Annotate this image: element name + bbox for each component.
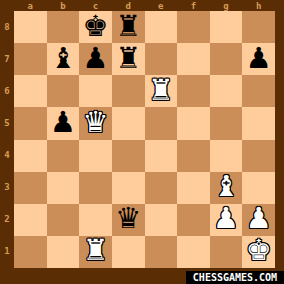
square-a8	[14, 11, 47, 43]
square-b5: ♟	[47, 107, 80, 139]
square-b1	[47, 236, 80, 268]
square-h6	[242, 75, 275, 107]
rank-label-7: 7	[0, 43, 14, 75]
square-c5: ♛	[79, 107, 112, 139]
square-f5	[177, 107, 210, 139]
piece-black-rook: ♜	[115, 12, 141, 41]
square-d3	[112, 172, 145, 204]
square-h3	[242, 172, 275, 204]
square-b6	[47, 75, 80, 107]
piece-white-rook: ♜	[83, 236, 109, 265]
file-label-h: h	[242, 0, 275, 11]
square-b2	[47, 204, 80, 236]
rank-label-2: 2	[0, 204, 14, 236]
piece-white-pawn: ♟	[246, 204, 272, 233]
square-d5	[112, 107, 145, 139]
square-e5	[145, 107, 178, 139]
file-labels: abcdefgh	[14, 0, 275, 11]
square-f1	[177, 236, 210, 268]
square-c1: ♜	[79, 236, 112, 268]
square-a3	[14, 172, 47, 204]
piece-black-rook: ♜	[115, 44, 141, 73]
square-g7	[210, 43, 243, 75]
piece-white-rook: ♜	[148, 76, 174, 105]
square-e2	[145, 204, 178, 236]
square-h2: ♟	[242, 204, 275, 236]
square-d2: ♛	[112, 204, 145, 236]
square-b7: ♝	[47, 43, 80, 75]
watermark-text: CHESSGAMES.COM	[193, 273, 277, 283]
square-d7: ♜	[112, 43, 145, 75]
square-h4	[242, 140, 275, 172]
file-label-g: g	[210, 0, 243, 11]
rank-label-6: 6	[0, 75, 14, 107]
square-a5	[14, 107, 47, 139]
square-e8	[145, 11, 178, 43]
rank-label-3: 3	[0, 172, 14, 204]
square-f4	[177, 140, 210, 172]
file-label-a: a	[14, 0, 47, 11]
piece-white-king: ♚	[246, 236, 272, 265]
piece-white-pawn: ♟	[213, 204, 239, 233]
square-h8	[242, 11, 275, 43]
piece-white-queen: ♛	[83, 108, 109, 137]
square-e6: ♜	[145, 75, 178, 107]
square-f8	[177, 11, 210, 43]
square-g4	[210, 140, 243, 172]
square-c2	[79, 204, 112, 236]
square-g3: ♝	[210, 172, 243, 204]
square-c6	[79, 75, 112, 107]
square-a7	[14, 43, 47, 75]
square-d6	[112, 75, 145, 107]
rank-label-5: 5	[0, 107, 14, 139]
chess-diagram: abcdefgh 87654321 ♚♜♝♟♜♟♜♟♛♝♛♟♟♜♚ CHESSG…	[0, 0, 284, 284]
square-b3	[47, 172, 80, 204]
piece-black-king: ♚	[83, 12, 109, 41]
square-a4	[14, 140, 47, 172]
rank-labels: 87654321	[0, 11, 14, 268]
square-b4	[47, 140, 80, 172]
square-c3	[79, 172, 112, 204]
square-c8: ♚	[79, 11, 112, 43]
square-e3	[145, 172, 178, 204]
square-g8	[210, 11, 243, 43]
square-g1	[210, 236, 243, 268]
square-c7: ♟	[79, 43, 112, 75]
square-d4	[112, 140, 145, 172]
square-e7	[145, 43, 178, 75]
square-e4	[145, 140, 178, 172]
square-g2: ♟	[210, 204, 243, 236]
square-f7	[177, 43, 210, 75]
square-f2	[177, 204, 210, 236]
chess-board: ♚♜♝♟♜♟♜♟♛♝♛♟♟♜♚	[14, 11, 275, 268]
square-h1: ♚	[242, 236, 275, 268]
piece-black-pawn: ♟	[50, 108, 76, 137]
piece-black-pawn: ♟	[246, 44, 272, 73]
square-f3	[177, 172, 210, 204]
piece-white-bishop: ♝	[213, 172, 239, 201]
file-label-b: b	[47, 0, 80, 11]
file-label-f: f	[177, 0, 210, 11]
square-a2	[14, 204, 47, 236]
rank-label-8: 8	[0, 11, 14, 43]
piece-black-queen: ♛	[115, 204, 141, 233]
square-g6	[210, 75, 243, 107]
square-a6	[14, 75, 47, 107]
square-h5	[242, 107, 275, 139]
square-a1	[14, 236, 47, 268]
square-g5	[210, 107, 243, 139]
square-c4	[79, 140, 112, 172]
rank-label-1: 1	[0, 236, 14, 268]
square-b8	[47, 11, 80, 43]
square-e1	[145, 236, 178, 268]
file-label-e: e	[145, 0, 178, 11]
square-f6	[177, 75, 210, 107]
piece-black-bishop: ♝	[50, 44, 76, 73]
square-d1	[112, 236, 145, 268]
square-h7: ♟	[242, 43, 275, 75]
square-d8: ♜	[112, 11, 145, 43]
piece-black-pawn: ♟	[83, 44, 109, 73]
rank-label-4: 4	[0, 140, 14, 172]
watermark-strip: CHESSGAMES.COM	[186, 271, 284, 284]
